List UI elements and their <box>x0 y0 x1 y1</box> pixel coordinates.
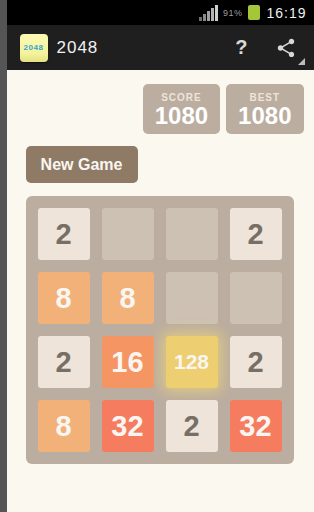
app-bar: 2048 2048 ? <box>7 25 314 70</box>
corner-grip-icon <box>298 58 305 65</box>
tile-2-r1c4: 2 <box>230 208 282 260</box>
tile-128-r3c3: 128 <box>166 336 218 388</box>
score-label: SCORE <box>161 92 202 103</box>
best-box: BEST 1080 <box>226 84 303 134</box>
tile-32-r4c4: 32 <box>230 400 282 452</box>
new-game-button[interactable]: New Game <box>26 146 138 183</box>
tile-32-r4c2: 32 <box>102 400 154 452</box>
tile-16-r3c2: 16 <box>102 336 154 388</box>
tile-2-r3c1: 2 <box>38 336 90 388</box>
battery-icon <box>248 5 260 20</box>
tile-2-r3c4: 2 <box>230 336 282 388</box>
board[interactable]: 22882161282832232 <box>26 196 294 464</box>
screen: 91% 16:19 2048 2048 ? SCORE 1080 BEST 10… <box>7 0 314 512</box>
best-value: 1080 <box>238 103 291 129</box>
help-button[interactable]: ? <box>235 36 247 59</box>
best-label: BEST <box>249 92 280 103</box>
app-icon: 2048 <box>20 34 48 62</box>
app-icon-label: 2048 <box>24 43 44 52</box>
status-bar: 91% 16:19 <box>7 0 314 25</box>
empty-cell <box>166 208 218 260</box>
share-icon <box>275 37 297 59</box>
empty-cell <box>230 272 282 324</box>
tile-8-r4c1: 8 <box>38 400 90 452</box>
empty-cell <box>102 208 154 260</box>
app-title: 2048 <box>57 38 99 58</box>
tile-8-r2c2: 8 <box>102 272 154 324</box>
score-box: SCORE 1080 <box>143 84 220 134</box>
empty-cell <box>166 272 218 324</box>
score-value: 1080 <box>155 103 208 129</box>
scoreboard: SCORE 1080 BEST 1080 <box>143 84 304 134</box>
battery-percent-label: 91% <box>223 8 243 18</box>
share-button[interactable] <box>275 37 297 59</box>
tile-2-r1c1: 2 <box>38 208 90 260</box>
signal-strength-icon <box>199 5 218 21</box>
tile-8-r2c1: 8 <box>38 272 90 324</box>
app-bar-actions: ? <box>235 36 300 59</box>
status-clock: 16:19 <box>266 5 306 21</box>
tile-2-r4c3: 2 <box>166 400 218 452</box>
